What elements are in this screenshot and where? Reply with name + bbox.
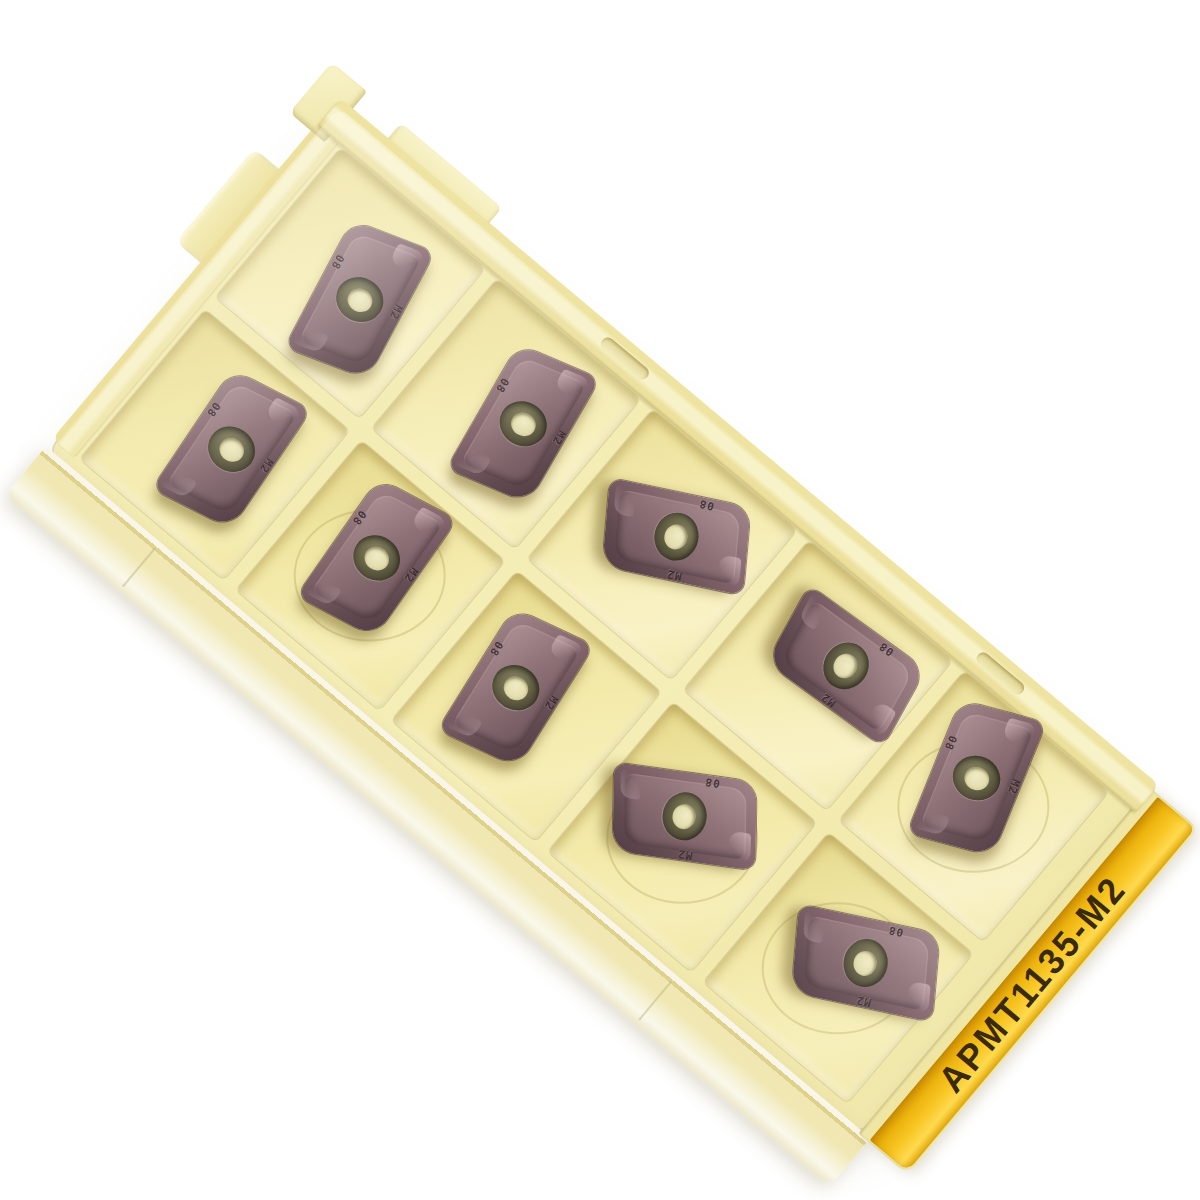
- wall-seam: [122, 548, 156, 588]
- insert-nose-facet: [729, 830, 751, 863]
- carbide-insert: M2 08: [762, 587, 930, 743]
- carbide-insert: M2 08: [300, 474, 455, 642]
- carbide-insert: M2 08: [607, 762, 762, 869]
- insert-bore: [671, 802, 697, 830]
- insert-bore: [360, 541, 394, 574]
- insert-bore: [961, 762, 993, 793]
- insert-marking-secondary: 08: [703, 774, 720, 789]
- carbide-insert: M2 08: [787, 905, 946, 1021]
- insert-marking-primary: M2: [854, 992, 872, 1008]
- insert-marking-secondary: 08: [698, 496, 716, 512]
- insert-bore: [852, 948, 880, 977]
- carbide-insert: M2 08: [441, 603, 592, 772]
- carbide-insert: M2 08: [155, 364, 308, 533]
- product-photo: APMT1135-M2 M2 08: [0, 0, 1200, 1200]
- insert-marking-secondary: 08: [887, 923, 905, 939]
- carbide-insert: M2 08: [597, 478, 756, 594]
- insert-marking-primary: M2: [676, 846, 693, 861]
- insert-bore: [663, 522, 691, 551]
- insert-bore: [829, 648, 862, 682]
- carbide-insert: M2 08: [287, 215, 432, 383]
- insert-bore: [499, 671, 532, 704]
- carbide-insert: M2 08: [909, 694, 1045, 860]
- insert-bore: [507, 407, 540, 439]
- insert-bore: [343, 283, 376, 315]
- insert-marking-primary: M2: [665, 566, 683, 582]
- insert-storage-box: APMT1135-M2 M2 08: [49, 107, 1150, 1133]
- carbide-insert: M2 08: [450, 339, 598, 508]
- wall-seam: [638, 981, 672, 1021]
- insert-bore: [215, 432, 249, 465]
